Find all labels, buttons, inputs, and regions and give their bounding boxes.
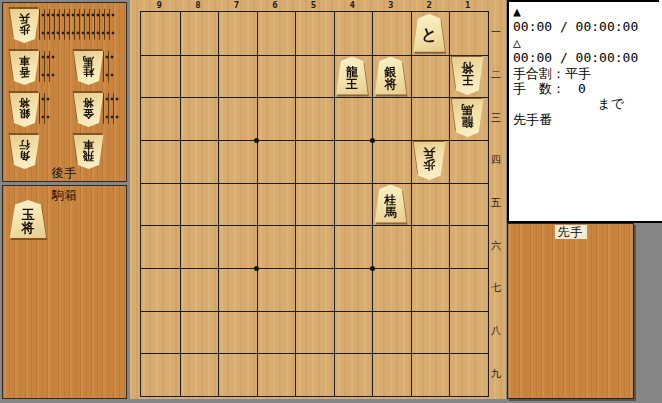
square-33[interactable] [372,97,411,140]
sente-stand-label: 先手 [555,225,587,239]
square-26[interactable] [411,225,450,268]
square-73[interactable] [218,97,257,140]
square-34[interactable] [372,140,411,183]
square-17[interactable] [449,268,488,311]
star-point [370,138,375,143]
piece-stack-knight[interactable]: 桂馬 [73,51,114,85]
star-point [370,266,375,271]
square-19[interactable] [449,353,488,396]
square-64[interactable] [257,140,296,183]
piece-box-panel: 駒箱 玉将 [2,185,127,399]
rank-coordinates: 一二三四五六七八九 [488,11,504,395]
board-piece-sente-tokin[interactable]: と [413,14,446,52]
square-75[interactable] [218,183,257,226]
square-96[interactable] [141,225,180,268]
square-69[interactable] [257,353,296,396]
piece-kanji: 金将 [73,93,104,127]
piece-kanji: 飛車 [73,135,104,169]
stand-piece-sliver [44,93,50,127]
board-panel: 987654321 一二三四五六七八九 と龍王銀将王将龍馬歩兵桂馬 [130,0,506,399]
square-48[interactable] [334,311,373,354]
stand-piece-sliver [113,93,119,127]
piece-kanji: と [413,14,446,52]
stand-piece-bishop[interactable]: 角行 [9,135,40,169]
move-count-text: 手 数： 0 [513,81,660,96]
rank-label: 一 [488,11,504,54]
square-57[interactable] [295,268,334,311]
gote-stand-panel: 歩兵香車桂馬銀将金将角行飛車 後手 [2,2,127,182]
rank-label: 九 [488,352,504,395]
square-67[interactable] [257,268,296,311]
square-31[interactable] [372,12,411,55]
star-point [254,138,259,143]
square-74[interactable] [218,140,257,183]
box-piece-king[interactable]: 玉将 [9,200,47,238]
square-47[interactable] [334,268,373,311]
file-label: 1 [449,0,488,10]
square-45[interactable] [334,183,373,226]
sente-marker: ▲ [513,4,660,19]
rank-label: 六 [488,224,504,267]
piece-kanji: 桂馬 [374,185,407,223]
gote-stand-row: 銀将金将 [3,93,126,129]
piece-stack-lance[interactable]: 香車 [9,51,55,85]
square-37[interactable] [372,268,411,311]
piece-kanji: 銀将 [374,57,407,95]
square-76[interactable] [218,225,257,268]
square-86[interactable] [180,225,219,268]
square-53[interactable] [295,97,334,140]
board-piece-gote-dragon-horse[interactable]: 龍馬 [451,99,484,137]
square-89[interactable] [180,353,219,396]
piece-stack-bishop[interactable]: 角行 [9,135,40,169]
square-22[interactable] [411,55,450,98]
file-label: 4 [333,0,372,10]
square-16[interactable] [449,225,488,268]
piece-stack-silver[interactable]: 銀将 [9,93,50,127]
board-piece-sente-dragon-king[interactable]: 龍王 [336,57,369,95]
file-label: 7 [217,0,256,10]
square-79[interactable] [218,353,257,396]
made-text: まで [513,96,660,111]
square-88[interactable] [180,311,219,354]
square-58[interactable] [295,311,334,354]
info-panel: ▲ 00:00 / 00:00:00 △ 00:00 / 00:00:00 手合… [507,0,662,223]
gote-stand-label: 後手 [3,165,126,182]
stand-piece-sliver [109,9,115,43]
file-label: 3 [371,0,410,10]
board-piece-sente-silver[interactable]: 銀将 [374,57,407,95]
square-85[interactable] [180,183,219,226]
square-77[interactable] [218,268,257,311]
square-65[interactable] [257,183,296,226]
piece-kanji: 歩兵 [413,142,446,180]
square-55[interactable] [295,183,334,226]
rank-label: 三 [488,96,504,139]
square-54[interactable] [295,140,334,183]
piece-kanji: 銀将 [9,93,40,127]
stand-piece-rook[interactable]: 飛車 [73,135,104,169]
gote-stand-row: 香車桂馬 [3,51,126,87]
square-23[interactable] [411,97,450,140]
square-66[interactable] [257,225,296,268]
rank-label: 五 [488,182,504,225]
square-46[interactable] [334,225,373,268]
square-92[interactable] [141,55,180,98]
square-11[interactable] [449,12,488,55]
square-41[interactable] [334,12,373,55]
file-label: 9 [140,0,179,10]
square-39[interactable] [372,353,411,396]
square-52[interactable] [295,55,334,98]
square-14[interactable] [449,140,488,183]
square-62[interactable] [257,55,296,98]
gote-stand-row: 歩兵 [3,9,126,45]
square-29[interactable] [411,353,450,396]
turn-indicator: 先手番 [513,112,660,127]
stand-piece-gold[interactable]: 金将 [73,93,104,127]
square-63[interactable] [257,97,296,140]
board-piece-sente-knight[interactable]: 桂馬 [374,185,407,223]
sente-stand-panel: 先手 [507,223,634,399]
shogi-app-window: 歩兵香車桂馬銀将金将角行飛車 後手 駒箱 玉将 987654321 一二三四五六… [0,0,662,403]
square-18[interactable] [449,311,488,354]
square-81[interactable] [180,12,219,55]
handicap-text: 手合割：平手 [513,66,660,81]
square-83[interactable] [180,97,219,140]
stand-piece-pawn[interactable]: 歩兵 [9,9,40,43]
square-93[interactable] [141,97,180,140]
board-piece-gote-king[interactable]: 王将 [451,57,484,95]
piece-kanji: 龍王 [336,57,369,95]
stand-piece-sliver [108,51,114,85]
square-87[interactable] [180,268,219,311]
piece-kanji: 桂馬 [73,51,104,85]
square-72[interactable] [218,55,257,98]
square-56[interactable] [295,225,334,268]
square-98[interactable] [141,311,180,354]
square-61[interactable] [257,12,296,55]
stand-piece-sliver [49,51,55,85]
piece-stack-gold[interactable]: 金将 [73,93,119,127]
file-label: 5 [294,0,333,10]
square-97[interactable] [141,268,180,311]
piece-kanji: 歩兵 [9,9,40,43]
piece-kanji: 王将 [451,57,484,95]
star-point [254,266,259,271]
board-grid [140,11,489,397]
square-25[interactable] [411,183,450,226]
square-44[interactable] [334,140,373,183]
square-59[interactable] [295,353,334,396]
square-82[interactable] [180,55,219,98]
gote-marker: △ [513,35,660,50]
rank-label: 七 [488,267,504,310]
square-94[interactable] [141,140,180,183]
stand-piece-knight[interactable]: 桂馬 [73,51,104,85]
rank-label: 八 [488,310,504,353]
stand-piece-lance[interactable]: 香車 [9,51,40,85]
square-91[interactable] [141,12,180,55]
piece-kanji: 角行 [9,135,40,169]
square-38[interactable] [372,311,411,354]
square-68[interactable] [257,311,296,354]
square-43[interactable] [334,97,373,140]
square-78[interactable] [218,311,257,354]
rank-label: 二 [488,54,504,97]
square-28[interactable] [411,311,450,354]
sente-clock: 00:00 / 00:00:00 [513,19,660,34]
board-piece-gote-pawn[interactable]: 歩兵 [413,142,446,180]
square-27[interactable] [411,268,450,311]
piece-kanji: 玉将 [9,200,47,238]
square-99[interactable] [141,353,180,396]
piece-stack-pawn[interactable]: 歩兵 [9,9,115,43]
square-36[interactable] [372,225,411,268]
square-71[interactable] [218,12,257,55]
file-label: 2 [410,0,449,10]
file-label: 8 [179,0,218,10]
stand-piece-silver[interactable]: 銀将 [9,93,40,127]
file-coordinates: 987654321 [140,0,487,10]
square-95[interactable] [141,183,180,226]
rank-label: 四 [488,139,504,182]
square-49[interactable] [334,353,373,396]
piece-stack-rook[interactable]: 飛車 [73,135,104,169]
piece-kanji: 香車 [9,51,40,85]
square-51[interactable] [295,12,334,55]
square-15[interactable] [449,183,488,226]
piece-kanji: 龍馬 [451,99,484,137]
square-84[interactable] [180,140,219,183]
gote-clock: 00:00 / 00:00:00 [513,50,660,65]
file-label: 6 [256,0,295,10]
